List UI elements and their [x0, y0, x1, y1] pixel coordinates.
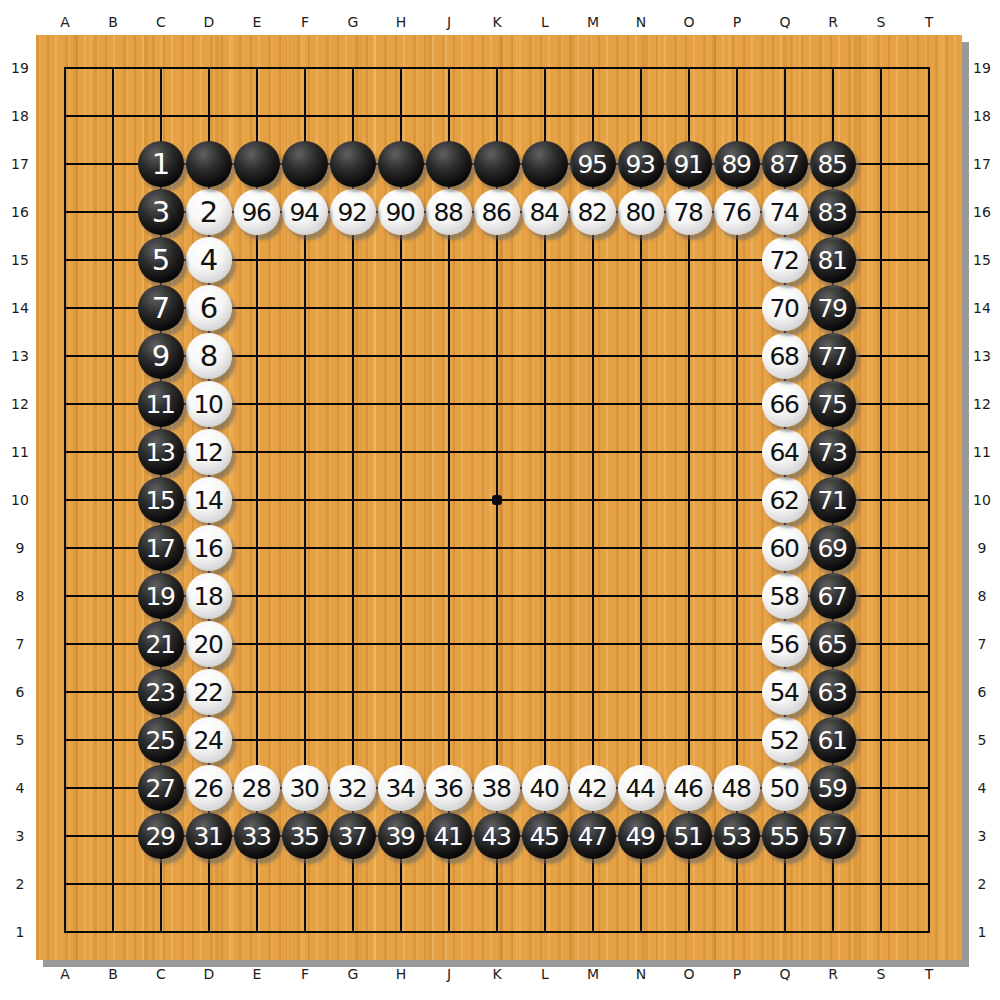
stone-number: 5: [152, 246, 170, 275]
stone-black-23[interactable]: 23: [138, 669, 184, 715]
coord-left-13: 13: [11, 348, 29, 364]
stone-white-36[interactable]: 36: [426, 765, 472, 811]
stone-white-96[interactable]: 96: [234, 189, 280, 235]
coord-bottom-S: S: [877, 966, 886, 982]
stone-white-42[interactable]: 42: [570, 765, 616, 811]
stone-number: 89: [722, 152, 751, 177]
coord-bottom-H: H: [396, 966, 407, 982]
coord-bottom-O: O: [683, 966, 694, 982]
stone-black-53[interactable]: 53: [714, 813, 760, 859]
stone-number: 68: [770, 344, 799, 369]
stone-white-46[interactable]: 46: [666, 765, 712, 811]
coord-right-6: 6: [978, 684, 987, 700]
stone-black-11[interactable]: 11: [138, 381, 184, 427]
stone-black-15[interactable]: 15: [138, 477, 184, 523]
stone-white-14[interactable]: 14: [186, 477, 232, 523]
stone-black-29[interactable]: 29: [138, 813, 184, 859]
stone-white-64[interactable]: 64: [762, 429, 808, 475]
coord-left-18: 18: [11, 108, 29, 124]
stone-number: 84: [530, 200, 559, 225]
stone-black-F17[interactable]: [282, 141, 328, 187]
stone-black-77[interactable]: 77: [810, 333, 856, 379]
stone-number: 66: [770, 392, 799, 417]
stone-white-90[interactable]: 90: [378, 189, 424, 235]
stone-white-10[interactable]: 10: [186, 381, 232, 427]
stone-number: 75: [818, 392, 847, 417]
stone-black-55[interactable]: 55: [762, 813, 808, 859]
coord-bottom-K: K: [492, 966, 501, 982]
coord-left-7: 7: [16, 636, 25, 652]
stone-number: 40: [530, 776, 559, 801]
stone-number: 85: [818, 152, 847, 177]
stone-number: 76: [722, 200, 751, 225]
stone-number: 20: [194, 632, 223, 657]
stone-number: 74: [770, 200, 799, 225]
stone-white-44[interactable]: 44: [618, 765, 664, 811]
stone-number: 34: [386, 776, 415, 801]
stone-white-50[interactable]: 50: [762, 765, 808, 811]
coord-left-4: 4: [16, 780, 25, 796]
stone-white-12[interactable]: 12: [186, 429, 232, 475]
stone-white-92[interactable]: 92: [330, 189, 376, 235]
stone-number: 10: [194, 392, 223, 417]
stone-number: 80: [626, 200, 655, 225]
stone-black-1[interactable]: 1: [138, 141, 184, 187]
stone-number: 27: [146, 776, 175, 801]
stone-number: 83: [818, 200, 847, 225]
stone-number: 87: [770, 152, 799, 177]
stone-white-72[interactable]: 72: [762, 237, 808, 283]
stone-number: 3: [152, 198, 170, 227]
stone-number: 8: [200, 342, 218, 371]
stone-number: 79: [818, 296, 847, 321]
coord-right-17: 17: [973, 156, 991, 172]
coord-top-P: P: [733, 14, 741, 30]
coord-bottom-J: J: [447, 966, 451, 982]
stone-black-89[interactable]: 89: [714, 141, 760, 187]
stone-number: 7: [152, 294, 170, 323]
stone-black-87[interactable]: 87: [762, 141, 808, 187]
coord-left-14: 14: [11, 300, 29, 316]
stone-black-43[interactable]: 43: [474, 813, 520, 859]
stone-number: 25: [146, 728, 175, 753]
stone-number: 29: [146, 824, 175, 849]
stone-number: 33: [242, 824, 271, 849]
stone-white-52[interactable]: 52: [762, 717, 808, 763]
stone-number: 50: [770, 776, 799, 801]
stone-black-51[interactable]: 51: [666, 813, 712, 859]
coord-left-15: 15: [11, 252, 29, 268]
stone-white-28[interactable]: 28: [234, 765, 280, 811]
stone-number: 70: [770, 296, 799, 321]
coord-bottom-T: T: [925, 966, 934, 982]
stone-white-20[interactable]: 20: [186, 621, 232, 667]
stone-number: 37: [338, 824, 367, 849]
coord-right-16: 16: [973, 204, 991, 220]
stone-white-48[interactable]: 48: [714, 765, 760, 811]
coord-bottom-N: N: [636, 966, 646, 982]
stone-black-3[interactable]: 3: [138, 189, 184, 235]
stone-black-27[interactable]: 27: [138, 765, 184, 811]
stone-number: 94: [290, 200, 319, 225]
stone-number: 12: [194, 440, 223, 465]
stone-white-70[interactable]: 70: [762, 285, 808, 331]
stone-number: 21: [146, 632, 175, 657]
coord-right-19: 19: [973, 60, 991, 76]
stone-black-47[interactable]: 47: [570, 813, 616, 859]
coord-right-4: 4: [978, 780, 987, 796]
stone-number: 28: [242, 776, 271, 801]
stone-black-69[interactable]: 69: [810, 525, 856, 571]
stone-black-39[interactable]: 39: [378, 813, 424, 859]
stone-number: 32: [338, 776, 367, 801]
stone-black-K17[interactable]: [474, 141, 520, 187]
stone-number: 58: [770, 584, 799, 609]
stone-black-H17[interactable]: [378, 141, 424, 187]
stone-black-33[interactable]: 33: [234, 813, 280, 859]
stone-black-37[interactable]: 37: [330, 813, 376, 859]
stone-number: 1: [152, 150, 170, 179]
coord-top-H: H: [396, 14, 407, 30]
stone-number: 91: [674, 152, 703, 177]
go-board[interactable]: 1234567891011121314151617181920212223242…: [36, 35, 962, 960]
stone-black-31[interactable]: 31: [186, 813, 232, 859]
stone-white-80[interactable]: 80: [618, 189, 664, 235]
stone-white-68[interactable]: 68: [762, 333, 808, 379]
stone-black-G17[interactable]: [330, 141, 376, 187]
stone-number: 31: [194, 824, 223, 849]
coord-left-6: 6: [16, 684, 25, 700]
stone-white-84[interactable]: 84: [522, 189, 568, 235]
stone-number: 39: [386, 824, 415, 849]
coord-left-8: 8: [16, 588, 25, 604]
coord-top-F: F: [301, 14, 309, 30]
coord-left-5: 5: [16, 732, 25, 748]
stone-white-86[interactable]: 86: [474, 189, 520, 235]
coord-top-O: O: [683, 14, 694, 30]
stone-number: 69: [818, 536, 847, 561]
coord-left-17: 17: [11, 156, 29, 172]
coord-left-16: 16: [11, 204, 29, 220]
stone-number: 6: [200, 294, 218, 323]
stone-white-82[interactable]: 82: [570, 189, 616, 235]
stone-number: 86: [482, 200, 511, 225]
coord-right-2: 2: [978, 876, 987, 892]
stone-black-5[interactable]: 5: [138, 237, 184, 283]
coord-bottom-G: G: [348, 966, 359, 982]
stone-black-65[interactable]: 65: [810, 621, 856, 667]
stone-number: 2: [200, 198, 218, 227]
stone-number: 42: [578, 776, 607, 801]
coord-bottom-D: D: [204, 966, 215, 982]
stone-number: 47: [578, 824, 607, 849]
stone-number: 88: [434, 200, 463, 225]
stone-number: 48: [722, 776, 751, 801]
stone-white-4[interactable]: 4: [186, 237, 232, 283]
stone-black-45[interactable]: 45: [522, 813, 568, 859]
stone-number: 72: [770, 248, 799, 273]
coord-right-7: 7: [978, 636, 987, 652]
coord-top-G: G: [348, 14, 359, 30]
stone-black-D17[interactable]: [186, 141, 232, 187]
coord-left-10: 10: [11, 492, 29, 508]
stone-black-57[interactable]: 57: [810, 813, 856, 859]
stone-black-63[interactable]: 63: [810, 669, 856, 715]
stone-number: 15: [146, 488, 175, 513]
stone-black-49[interactable]: 49: [618, 813, 664, 859]
coord-left-9: 9: [16, 540, 25, 556]
coord-bottom-L: L: [541, 966, 549, 982]
stone-number: 38: [482, 776, 511, 801]
stone-number: 14: [194, 488, 223, 513]
stone-number: 65: [818, 632, 847, 657]
stone-white-16[interactable]: 16: [186, 525, 232, 571]
stone-number: 41: [434, 824, 463, 849]
stone-number: 56: [770, 632, 799, 657]
stone-number: 92: [338, 200, 367, 225]
coord-bottom-Q: Q: [779, 966, 790, 982]
stone-number: 26: [194, 776, 223, 801]
stone-white-54[interactable]: 54: [762, 669, 808, 715]
coord-right-9: 9: [978, 540, 987, 556]
stone-white-76[interactable]: 76: [714, 189, 760, 235]
stone-black-81[interactable]: 81: [810, 237, 856, 283]
stone-black-9[interactable]: 9: [138, 333, 184, 379]
stone-number: 93: [626, 152, 655, 177]
stone-black-67[interactable]: 67: [810, 573, 856, 619]
stone-white-26[interactable]: 26: [186, 765, 232, 811]
stone-number: 60: [770, 536, 799, 561]
stone-black-75[interactable]: 75: [810, 381, 856, 427]
stone-number: 53: [722, 824, 751, 849]
stone-number: 61: [818, 728, 847, 753]
coord-right-14: 14: [973, 300, 991, 316]
coord-right-18: 18: [973, 108, 991, 124]
coord-left-19: 19: [11, 60, 29, 76]
coord-right-15: 15: [973, 252, 991, 268]
coord-left-3: 3: [16, 828, 25, 844]
stone-number: 67: [818, 584, 847, 609]
stone-black-73[interactable]: 73: [810, 429, 856, 475]
stone-white-8[interactable]: 8: [186, 333, 232, 379]
stone-black-25[interactable]: 25: [138, 717, 184, 763]
stone-white-60[interactable]: 60: [762, 525, 808, 571]
stone-black-79[interactable]: 79: [810, 285, 856, 331]
stone-number: 30: [290, 776, 319, 801]
coord-right-11: 11: [973, 444, 991, 460]
stone-number: 17: [146, 536, 175, 561]
stone-black-83[interactable]: 83: [810, 189, 856, 235]
coord-left-1: 1: [16, 924, 25, 940]
stone-number: 90: [386, 200, 415, 225]
coord-left-2: 2: [16, 876, 25, 892]
stone-number: 18: [194, 584, 223, 609]
stone-number: 35: [290, 824, 319, 849]
stone-number: 4: [200, 246, 218, 275]
stone-number: 81: [818, 248, 847, 273]
stone-number: 11: [146, 392, 175, 417]
stone-number: 49: [626, 824, 655, 849]
stone-white-22[interactable]: 22: [186, 669, 232, 715]
stone-number: 64: [770, 440, 799, 465]
stone-number: 23: [146, 680, 175, 705]
stone-white-94[interactable]: 94: [282, 189, 328, 235]
stone-white-2[interactable]: 2: [186, 189, 232, 235]
coord-right-10: 10: [973, 492, 991, 508]
stone-black-17[interactable]: 17: [138, 525, 184, 571]
stone-white-18[interactable]: 18: [186, 573, 232, 619]
stone-black-L17[interactable]: [522, 141, 568, 187]
stone-black-19[interactable]: 19: [138, 573, 184, 619]
stone-number: 73: [818, 440, 847, 465]
stone-number: 43: [482, 824, 511, 849]
stone-black-E17[interactable]: [234, 141, 280, 187]
stone-black-91[interactable]: 91: [666, 141, 712, 187]
stone-white-88[interactable]: 88: [426, 189, 472, 235]
coord-top-B: B: [108, 14, 118, 30]
stone-black-41[interactable]: 41: [426, 813, 472, 859]
coord-top-A: A: [60, 14, 70, 30]
stone-number: 57: [818, 824, 847, 849]
coord-right-1: 1: [978, 924, 987, 940]
coord-bottom-B: B: [108, 966, 118, 982]
stone-black-13[interactable]: 13: [138, 429, 184, 475]
coord-bottom-P: P: [733, 966, 741, 982]
stone-number: 36: [434, 776, 463, 801]
coord-left-12: 12: [11, 396, 29, 412]
stone-number: 45: [530, 824, 559, 849]
stone-white-30[interactable]: 30: [282, 765, 328, 811]
stone-number: 22: [194, 680, 223, 705]
coord-top-C: C: [156, 14, 166, 30]
stone-white-38[interactable]: 38: [474, 765, 520, 811]
stone-black-61[interactable]: 61: [810, 717, 856, 763]
stone-white-58[interactable]: 58: [762, 573, 808, 619]
stone-white-62[interactable]: 62: [762, 477, 808, 523]
coord-bottom-A: A: [60, 966, 70, 982]
stone-number: 51: [674, 824, 703, 849]
stone-number: 63: [818, 680, 847, 705]
coord-bottom-R: R: [828, 966, 838, 982]
coord-top-S: S: [877, 14, 886, 30]
stone-white-24[interactable]: 24: [186, 717, 232, 763]
stone-number: 24: [194, 728, 223, 753]
stone-black-93[interactable]: 93: [618, 141, 664, 187]
stone-number: 9: [152, 342, 170, 371]
stone-number: 46: [674, 776, 703, 801]
stone-black-71[interactable]: 71: [810, 477, 856, 523]
coord-right-8: 8: [978, 588, 987, 604]
coord-top-T: T: [925, 14, 934, 30]
coord-top-N: N: [636, 14, 646, 30]
stone-white-74[interactable]: 74: [762, 189, 808, 235]
stone-black-7[interactable]: 7: [138, 285, 184, 331]
stone-black-35[interactable]: 35: [282, 813, 328, 859]
coord-top-M: M: [587, 14, 599, 30]
stone-black-21[interactable]: 21: [138, 621, 184, 667]
stone-white-66[interactable]: 66: [762, 381, 808, 427]
stone-white-40[interactable]: 40: [522, 765, 568, 811]
coord-bottom-C: C: [156, 966, 166, 982]
coord-bottom-M: M: [587, 966, 599, 982]
coord-bottom-F: F: [301, 966, 309, 982]
coord-top-D: D: [204, 14, 215, 30]
stone-black-85[interactable]: 85: [810, 141, 856, 187]
coord-right-13: 13: [973, 348, 991, 364]
stone-white-78[interactable]: 78: [666, 189, 712, 235]
stone-number: 16: [194, 536, 223, 561]
stone-number: 71: [818, 488, 847, 513]
coord-top-J: J: [447, 14, 451, 30]
coord-bottom-E: E: [253, 966, 262, 982]
stone-number: 96: [242, 200, 271, 225]
stone-number: 95: [578, 152, 607, 177]
stone-white-34[interactable]: 34: [378, 765, 424, 811]
stone-number: 13: [146, 440, 175, 465]
coord-right-12: 12: [973, 396, 991, 412]
coord-top-R: R: [828, 14, 838, 30]
stone-number: 19: [146, 584, 175, 609]
stone-black-59[interactable]: 59: [810, 765, 856, 811]
stone-black-95[interactable]: 95: [570, 141, 616, 187]
stone-white-56[interactable]: 56: [762, 621, 808, 667]
coord-top-Q: Q: [779, 14, 790, 30]
page: 1234567891011121314151617181920212223242…: [0, 0, 1000, 1000]
coord-right-5: 5: [978, 732, 987, 748]
stone-number: 62: [770, 488, 799, 513]
coord-top-K: K: [492, 14, 501, 30]
stone-black-J17[interactable]: [426, 141, 472, 187]
stone-white-6[interactable]: 6: [186, 285, 232, 331]
star-point-K10: [492, 495, 502, 505]
coord-right-3: 3: [978, 828, 987, 844]
stone-number: 77: [818, 344, 847, 369]
stone-white-32[interactable]: 32: [330, 765, 376, 811]
coord-left-11: 11: [11, 444, 29, 460]
stone-number: 44: [626, 776, 655, 801]
stone-number: 52: [770, 728, 799, 753]
coord-top-L: L: [541, 14, 549, 30]
stone-number: 54: [770, 680, 799, 705]
coord-top-E: E: [253, 14, 262, 30]
stone-number: 59: [818, 776, 847, 801]
stone-number: 78: [674, 200, 703, 225]
stone-number: 55: [770, 824, 799, 849]
stone-number: 82: [578, 200, 607, 225]
